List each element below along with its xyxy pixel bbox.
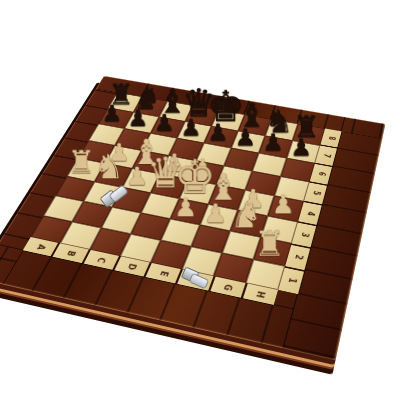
rank-label-7-text: 7 [321, 153, 331, 158]
file-label-c: C [83, 250, 119, 270]
black-pawn-h7[interactable]: ♟ [282, 136, 320, 160]
file-label-d-text: D [126, 262, 138, 270]
file-label-e-text: E [158, 270, 169, 277]
rank-label-5-text: 5 [311, 190, 321, 196]
rank-label-8-text: 8 [326, 135, 335, 140]
rank-label-6-text: 6 [316, 171, 326, 177]
board-grid: ♜♞♝♛♚♝♞♜♟♟♟♟♟♟♟♟♟♝♟♟♜♞♟♛♚♝♟♟♟♟♞♜ [31, 92, 325, 290]
file-label-c-text: C [95, 256, 107, 263]
scene: ♜♞♝♛♚♝♞♜♟♟♟♟♟♟♟♟♟♝♟♟♜♞♟♛♚♝♟♟♟♟♞♜ ABCDEFG… [0, 0, 400, 400]
file-label-a-text: A [35, 243, 47, 250]
rank-label-2-text: 2 [292, 254, 303, 261]
file-label-h-text: H [255, 290, 267, 298]
file-label-b-text: B [65, 250, 77, 257]
rank-label-4-text: 4 [305, 210, 315, 216]
folding-chess-box: ♜♞♝♛♚♝♞♜♟♟♟♟♟♟♟♟♟♝♟♟♜♞♟♛♚♝♟♟♟♟♞♜ ABCDEFG… [0, 76, 385, 360]
product-photo: ♜♞♝♛♚♝♞♜♟♟♟♟♟♟♟♟♟♝♟♟♜♞♟♛♚♝♟♟♟♟♞♜ ABCDEFG… [0, 0, 400, 400]
white-rook-h2[interactable]: ♜ [248, 227, 291, 262]
rank-label-3-text: 3 [299, 231, 310, 237]
white-pawn-h4[interactable]: ♟ [263, 192, 304, 218]
file-label-g-text: G [222, 283, 234, 291]
file-label-g: G [210, 276, 246, 297]
file-label-d: D [114, 256, 150, 276]
square-h6[interactable] [281, 158, 315, 182]
rank-label-1-text: 1 [286, 277, 297, 284]
file-label-e: E [146, 263, 182, 284]
